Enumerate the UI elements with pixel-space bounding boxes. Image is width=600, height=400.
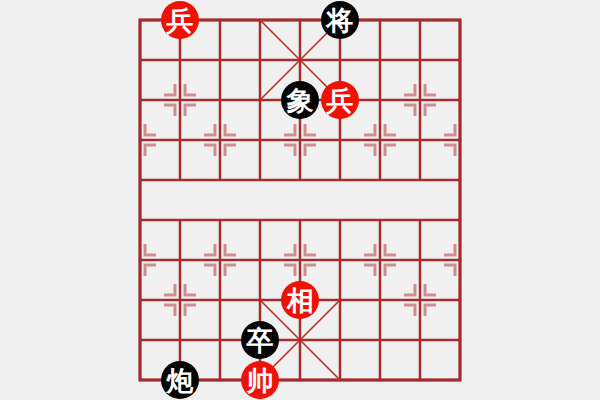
- board-point-r1c6[interactable]: [360, 40, 400, 80]
- board-point-r2c5[interactable]: 兵: [320, 80, 360, 120]
- piece-black-soldier[interactable]: 卒: [241, 321, 279, 359]
- board-point-r8c8[interactable]: [440, 320, 480, 360]
- board-point-r1c1[interactable]: [160, 40, 200, 80]
- board-point-r5c0[interactable]: [120, 200, 160, 240]
- board-point-r3c1[interactable]: [160, 120, 200, 160]
- board-point-r0c2[interactable]: [200, 0, 240, 40]
- board-point-r8c2[interactable]: [200, 320, 240, 360]
- board-point-r7c3[interactable]: [240, 280, 280, 320]
- board-point-r4c0[interactable]: [120, 160, 160, 200]
- board-point-r6c7[interactable]: [400, 240, 440, 280]
- board-point-r3c2[interactable]: [200, 120, 240, 160]
- board-point-r8c4[interactable]: [280, 320, 320, 360]
- piece-black-cannon[interactable]: 炮: [161, 361, 199, 399]
- board-point-r4c6[interactable]: [360, 160, 400, 200]
- board-point-r9c7[interactable]: [400, 360, 440, 400]
- board-point-r0c0[interactable]: [120, 0, 160, 40]
- board-point-r0c4[interactable]: [280, 0, 320, 40]
- board-point-r4c7[interactable]: [400, 160, 440, 200]
- board-point-r7c5[interactable]: [320, 280, 360, 320]
- board-point-r6c1[interactable]: [160, 240, 200, 280]
- board-point-r8c7[interactable]: [400, 320, 440, 360]
- board-point-r3c5[interactable]: [320, 120, 360, 160]
- board-point-r3c0[interactable]: [120, 120, 160, 160]
- board-point-r1c4[interactable]: [280, 40, 320, 80]
- board-point-r7c0[interactable]: [120, 280, 160, 320]
- board-point-r7c8[interactable]: [440, 280, 480, 320]
- board-point-r8c3[interactable]: 卒: [240, 320, 280, 360]
- board-point-r8c1[interactable]: [160, 320, 200, 360]
- xiangqi-board: 兵将象兵相卒炮帅: [120, 0, 480, 400]
- board-point-r6c2[interactable]: [200, 240, 240, 280]
- board-point-r9c2[interactable]: [200, 360, 240, 400]
- piece-black-elephant[interactable]: 象: [281, 81, 319, 119]
- board-point-r9c5[interactable]: [320, 360, 360, 400]
- board-point-r8c5[interactable]: [320, 320, 360, 360]
- board-point-r6c5[interactable]: [320, 240, 360, 280]
- board-point-r1c7[interactable]: [400, 40, 440, 80]
- board-point-r5c3[interactable]: [240, 200, 280, 240]
- board-point-r7c2[interactable]: [200, 280, 240, 320]
- board-point-r9c8[interactable]: [440, 360, 480, 400]
- board-point-r0c3[interactable]: [240, 0, 280, 40]
- board-point-r9c3[interactable]: 帅: [240, 360, 280, 400]
- board-point-r6c4[interactable]: [280, 240, 320, 280]
- board-point-r2c6[interactable]: [360, 80, 400, 120]
- board-point-r0c7[interactable]: [400, 0, 440, 40]
- board-point-r5c8[interactable]: [440, 200, 480, 240]
- board-point-r4c1[interactable]: [160, 160, 200, 200]
- board-point-r1c2[interactable]: [200, 40, 240, 80]
- piece-black-general[interactable]: 将: [321, 1, 359, 39]
- piece-red-soldier-2[interactable]: 兵: [321, 81, 359, 119]
- board-point-r3c8[interactable]: [440, 120, 480, 160]
- board-point-r8c0[interactable]: [120, 320, 160, 360]
- board-point-r4c2[interactable]: [200, 160, 240, 200]
- board-point-r1c0[interactable]: [120, 40, 160, 80]
- board-point-r2c3[interactable]: [240, 80, 280, 120]
- piece-red-soldier[interactable]: 兵: [161, 1, 199, 39]
- piece-red-general[interactable]: 帅: [241, 361, 279, 399]
- board-point-r7c4[interactable]: 相: [280, 280, 320, 320]
- board-point-r5c6[interactable]: [360, 200, 400, 240]
- board-point-r3c7[interactable]: [400, 120, 440, 160]
- board-point-r9c0[interactable]: [120, 360, 160, 400]
- board-point-r2c4[interactable]: 象: [280, 80, 320, 120]
- board-point-r5c2[interactable]: [200, 200, 240, 240]
- board-point-r0c5[interactable]: 将: [320, 0, 360, 40]
- board-point-r1c3[interactable]: [240, 40, 280, 80]
- board-point-r1c8[interactable]: [440, 40, 480, 80]
- board-point-r4c5[interactable]: [320, 160, 360, 200]
- board-point-r5c7[interactable]: [400, 200, 440, 240]
- board-point-r3c4[interactable]: [280, 120, 320, 160]
- board-point-r6c6[interactable]: [360, 240, 400, 280]
- board-point-r4c8[interactable]: [440, 160, 480, 200]
- board-point-r0c8[interactable]: [440, 0, 480, 40]
- board-point-r2c2[interactable]: [200, 80, 240, 120]
- board-point-r2c7[interactable]: [400, 80, 440, 120]
- board-point-r3c3[interactable]: [240, 120, 280, 160]
- piece-red-elephant[interactable]: 相: [281, 281, 319, 319]
- board-point-r6c8[interactable]: [440, 240, 480, 280]
- board-point-r9c6[interactable]: [360, 360, 400, 400]
- board-point-r5c4[interactable]: [280, 200, 320, 240]
- board-point-r3c6[interactable]: [360, 120, 400, 160]
- xiangqi-app: 兵将象兵相卒炮帅: [0, 0, 600, 400]
- board-point-r7c6[interactable]: [360, 280, 400, 320]
- board-point-r7c7[interactable]: [400, 280, 440, 320]
- board-point-r9c4[interactable]: [280, 360, 320, 400]
- board-point-r1c5[interactable]: [320, 40, 360, 80]
- board-point-r4c4[interactable]: [280, 160, 320, 200]
- board-point-r8c6[interactable]: [360, 320, 400, 360]
- board-point-r4c3[interactable]: [240, 160, 280, 200]
- board-point-r6c3[interactable]: [240, 240, 280, 280]
- board-point-r2c1[interactable]: [160, 80, 200, 120]
- board-point-r6c0[interactable]: [120, 240, 160, 280]
- board-point-r0c1[interactable]: 兵: [160, 0, 200, 40]
- board-point-r0c6[interactable]: [360, 0, 400, 40]
- board-point-r5c5[interactable]: [320, 200, 360, 240]
- board-point-r9c1[interactable]: 炮: [160, 360, 200, 400]
- board-point-r2c8[interactable]: [440, 80, 480, 120]
- board-point-r5c1[interactable]: [160, 200, 200, 240]
- board-point-r2c0[interactable]: [120, 80, 160, 120]
- board-point-r7c1[interactable]: [160, 280, 200, 320]
